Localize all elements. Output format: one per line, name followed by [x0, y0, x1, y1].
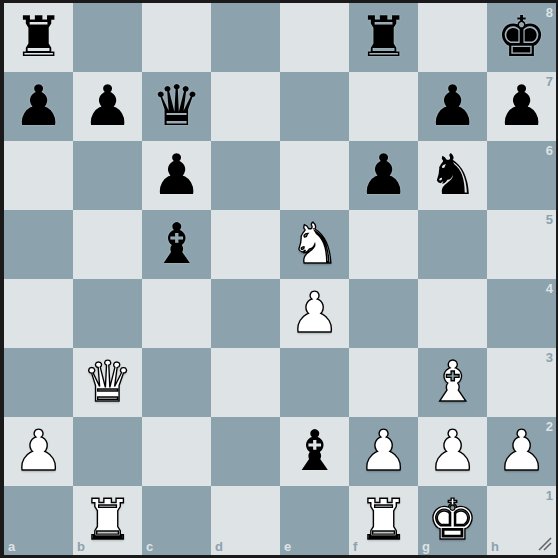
square-e5[interactable]: ♞ — [280, 210, 349, 279]
file-label-a: a — [8, 540, 15, 553]
square-f1[interactable]: ♜f — [349, 486, 418, 555]
square-e3[interactable] — [280, 348, 349, 417]
piece-black-pawn[interactable]: ♟ — [358, 147, 408, 203]
square-b4[interactable] — [73, 279, 142, 348]
rank-label-4: 4 — [546, 282, 553, 295]
square-f3[interactable] — [349, 348, 418, 417]
piece-black-queen[interactable]: ♛ — [151, 78, 201, 134]
square-e4[interactable]: ♟ — [280, 279, 349, 348]
square-f6[interactable]: ♟ — [349, 141, 418, 210]
square-d3[interactable] — [211, 348, 280, 417]
square-a5[interactable] — [4, 210, 73, 279]
square-f7[interactable] — [349, 72, 418, 141]
piece-black-king[interactable]: ♚ — [496, 9, 546, 65]
file-label-h: h — [491, 540, 499, 553]
rank-label-1: 1 — [546, 489, 553, 502]
square-c4[interactable] — [142, 279, 211, 348]
square-c2[interactable] — [142, 417, 211, 486]
piece-white-king[interactable]: ♚ — [427, 492, 477, 548]
file-label-f: f — [353, 540, 357, 553]
square-a2[interactable]: ♟ — [4, 417, 73, 486]
square-g4[interactable] — [418, 279, 487, 348]
square-e7[interactable] — [280, 72, 349, 141]
square-e6[interactable] — [280, 141, 349, 210]
square-d8[interactable] — [211, 3, 280, 72]
piece-white-rook[interactable]: ♜ — [358, 492, 408, 548]
file-label-e: e — [284, 540, 291, 553]
rank-label-6: 6 — [546, 144, 553, 157]
square-b6[interactable] — [73, 141, 142, 210]
square-h3[interactable]: 3 — [487, 348, 556, 417]
piece-black-pawn[interactable]: ♟ — [82, 78, 132, 134]
piece-white-pawn[interactable]: ♟ — [358, 423, 408, 479]
square-a4[interactable] — [4, 279, 73, 348]
file-label-d: d — [215, 540, 223, 553]
square-b8[interactable] — [73, 3, 142, 72]
board-resize-handle-icon[interactable] — [537, 536, 553, 552]
square-a6[interactable] — [4, 141, 73, 210]
piece-white-rook[interactable]: ♜ — [82, 492, 132, 548]
square-c5[interactable]: ♝ — [142, 210, 211, 279]
square-f8[interactable]: ♜ — [349, 3, 418, 72]
square-d6[interactable] — [211, 141, 280, 210]
square-h5[interactable]: 5 — [487, 210, 556, 279]
piece-white-pawn[interactable]: ♟ — [13, 423, 63, 479]
piece-white-pawn[interactable]: ♟ — [289, 285, 339, 341]
piece-black-bishop[interactable]: ♝ — [289, 423, 339, 479]
square-a7[interactable]: ♟ — [4, 72, 73, 141]
piece-black-rook[interactable]: ♜ — [13, 9, 63, 65]
square-d2[interactable] — [211, 417, 280, 486]
piece-black-pawn[interactable]: ♟ — [13, 78, 63, 134]
square-c8[interactable] — [142, 3, 211, 72]
piece-white-knight[interactable]: ♞ — [289, 216, 339, 272]
square-e2[interactable]: ♝ — [280, 417, 349, 486]
square-c7[interactable]: ♛ — [142, 72, 211, 141]
rank-label-3: 3 — [546, 351, 553, 364]
chess-board: ♜♜♚8♟♟♛♟♟7♟♟♞6♝♞5♟4♛♝3♟♝♟♟♟2a♜bcde♜f♚g1h — [4, 3, 556, 555]
square-f5[interactable] — [349, 210, 418, 279]
square-e8[interactable] — [280, 3, 349, 72]
piece-black-rook[interactable]: ♜ — [358, 9, 408, 65]
square-g5[interactable] — [418, 210, 487, 279]
piece-black-pawn[interactable]: ♟ — [427, 78, 477, 134]
square-g6[interactable]: ♞ — [418, 141, 487, 210]
square-b5[interactable] — [73, 210, 142, 279]
square-g1[interactable]: ♚g — [418, 486, 487, 555]
square-f4[interactable] — [349, 279, 418, 348]
square-b7[interactable]: ♟ — [73, 72, 142, 141]
square-d4[interactable] — [211, 279, 280, 348]
rank-label-2: 2 — [546, 420, 553, 433]
square-f2[interactable]: ♟ — [349, 417, 418, 486]
square-d1[interactable]: d — [211, 486, 280, 555]
square-h8[interactable]: ♚8 — [487, 3, 556, 72]
square-a1[interactable]: a — [4, 486, 73, 555]
square-b3[interactable]: ♛ — [73, 348, 142, 417]
square-c6[interactable]: ♟ — [142, 141, 211, 210]
square-h4[interactable]: 4 — [487, 279, 556, 348]
rank-label-7: 7 — [546, 75, 553, 88]
rank-label-5: 5 — [546, 213, 553, 226]
square-e1[interactable]: e — [280, 486, 349, 555]
square-h2[interactable]: ♟2 — [487, 417, 556, 486]
piece-white-pawn[interactable]: ♟ — [496, 423, 546, 479]
square-g2[interactable]: ♟ — [418, 417, 487, 486]
piece-black-bishop[interactable]: ♝ — [151, 216, 201, 272]
file-label-c: c — [146, 540, 153, 553]
piece-black-knight[interactable]: ♞ — [427, 147, 477, 203]
square-c3[interactable] — [142, 348, 211, 417]
chess-board-frame: ♜♜♚8♟♟♛♟♟7♟♟♞6♝♞5♟4♛♝3♟♝♟♟♟2a♜bcde♜f♚g1h — [0, 0, 558, 558]
square-g8[interactable] — [418, 3, 487, 72]
piece-white-bishop[interactable]: ♝ — [427, 354, 477, 410]
rank-label-8: 8 — [546, 6, 553, 19]
piece-white-queen[interactable]: ♛ — [82, 354, 132, 410]
piece-white-pawn[interactable]: ♟ — [427, 423, 477, 479]
square-d7[interactable] — [211, 72, 280, 141]
square-a8[interactable]: ♜ — [4, 3, 73, 72]
piece-black-pawn[interactable]: ♟ — [496, 78, 546, 134]
square-g3[interactable]: ♝ — [418, 348, 487, 417]
square-h7[interactable]: ♟7 — [487, 72, 556, 141]
square-b1[interactable]: ♜b — [73, 486, 142, 555]
square-b2[interactable] — [73, 417, 142, 486]
square-g7[interactable]: ♟ — [418, 72, 487, 141]
square-c1[interactable]: c — [142, 486, 211, 555]
square-a3[interactable] — [4, 348, 73, 417]
piece-black-pawn[interactable]: ♟ — [151, 147, 201, 203]
square-d5[interactable] — [211, 210, 280, 279]
square-h6[interactable]: 6 — [487, 141, 556, 210]
